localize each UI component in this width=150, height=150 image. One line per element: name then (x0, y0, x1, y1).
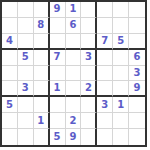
cell-r7c6[interactable] (81, 97, 97, 113)
cell-r5c2[interactable] (18, 66, 34, 82)
cell-r5c9[interactable]: 3 (129, 66, 145, 82)
cell-r8c7[interactable] (97, 113, 113, 129)
cell-r2c8[interactable] (113, 18, 129, 34)
cell-r6c5[interactable] (66, 81, 82, 97)
cell-r4c1[interactable] (2, 50, 18, 66)
cell-r7c8[interactable]: 1 (113, 97, 129, 113)
cell-r9c2[interactable] (18, 129, 34, 145)
cell-r9c9[interactable] (129, 129, 145, 145)
cell-r8c3[interactable]: 1 (34, 113, 50, 129)
cell-r7c4[interactable] (50, 97, 66, 113)
cell-r9c5[interactable]: 9 (66, 129, 82, 145)
cell-r7c7[interactable]: 3 (97, 97, 113, 113)
cell-r5c5[interactable] (66, 66, 82, 82)
cell-r4c4[interactable]: 7 (50, 50, 66, 66)
cell-r3c7[interactable]: 7 (97, 34, 113, 50)
cell-r1c4[interactable]: 9 (50, 2, 66, 18)
cell-r6c2[interactable]: 3 (18, 81, 34, 97)
cell-r2c4[interactable] (50, 18, 66, 34)
cell-r9c7[interactable] (97, 129, 113, 145)
cell-r3c4[interactable] (50, 34, 66, 50)
cell-r6c4[interactable]: 1 (50, 81, 66, 97)
cell-r2c7[interactable] (97, 18, 113, 34)
cell-r8c6[interactable] (81, 113, 97, 129)
cell-r1c8[interactable] (113, 2, 129, 18)
cell-r9c6[interactable] (81, 129, 97, 145)
cell-r4c2[interactable]: 5 (18, 50, 34, 66)
cell-r4c3[interactable] (34, 50, 50, 66)
cell-r3c6[interactable] (81, 34, 97, 50)
cell-r4c6[interactable]: 3 (81, 50, 97, 66)
cell-r8c9[interactable] (129, 113, 145, 129)
cell-r1c5[interactable]: 1 (66, 2, 82, 18)
cell-r5c6[interactable] (81, 66, 97, 82)
cell-r3c5[interactable] (66, 34, 82, 50)
cell-r1c3[interactable] (34, 2, 50, 18)
cell-r8c1[interactable] (2, 113, 18, 129)
cell-r2c3[interactable]: 8 (34, 18, 50, 34)
cell-r8c8[interactable] (113, 113, 129, 129)
cell-r9c3[interactable] (34, 129, 50, 145)
cell-r4c7[interactable] (97, 50, 113, 66)
cell-r3c1[interactable]: 4 (2, 34, 18, 50)
cell-r2c6[interactable] (81, 18, 97, 34)
cell-r3c3[interactable] (34, 34, 50, 50)
cell-r9c4[interactable]: 5 (50, 129, 66, 145)
cell-r5c1[interactable] (2, 66, 18, 82)
cell-r3c9[interactable] (129, 34, 145, 50)
cell-r6c3[interactable] (34, 81, 50, 97)
cell-r4c9[interactable]: 6 (129, 50, 145, 66)
cell-r7c5[interactable] (66, 97, 82, 113)
cell-r7c2[interactable] (18, 97, 34, 113)
cell-r1c9[interactable] (129, 2, 145, 18)
cell-r3c2[interactable] (18, 34, 34, 50)
cell-r6c9[interactable]: 9 (129, 81, 145, 97)
cell-r5c3[interactable] (34, 66, 50, 82)
cell-r8c4[interactable] (50, 113, 66, 129)
cell-r7c1[interactable]: 5 (2, 97, 18, 113)
cell-r1c2[interactable] (18, 2, 34, 18)
sudoku-board: 91864755736331295311259 (0, 0, 147, 147)
cell-r2c2[interactable] (18, 18, 34, 34)
cell-r6c6[interactable]: 2 (81, 81, 97, 97)
cell-r7c3[interactable] (34, 97, 50, 113)
cell-r6c7[interactable] (97, 81, 113, 97)
cell-r4c5[interactable] (66, 50, 82, 66)
cell-r6c8[interactable] (113, 81, 129, 97)
cell-r8c2[interactable] (18, 113, 34, 129)
cell-r9c8[interactable] (113, 129, 129, 145)
cell-r1c1[interactable] (2, 2, 18, 18)
cell-r8c5[interactable]: 2 (66, 113, 82, 129)
cell-r1c6[interactable] (81, 2, 97, 18)
cell-r5c7[interactable] (97, 66, 113, 82)
cell-r7c9[interactable] (129, 97, 145, 113)
cell-r2c9[interactable] (129, 18, 145, 34)
cell-r2c5[interactable]: 6 (66, 18, 82, 34)
cell-r5c8[interactable] (113, 66, 129, 82)
cell-r1c7[interactable] (97, 2, 113, 18)
cell-r2c1[interactable] (2, 18, 18, 34)
cell-r6c1[interactable] (2, 81, 18, 97)
cell-r4c8[interactable] (113, 50, 129, 66)
cell-r9c1[interactable] (2, 129, 18, 145)
cell-r5c4[interactable] (50, 66, 66, 82)
cell-r3c8[interactable]: 5 (113, 34, 129, 50)
